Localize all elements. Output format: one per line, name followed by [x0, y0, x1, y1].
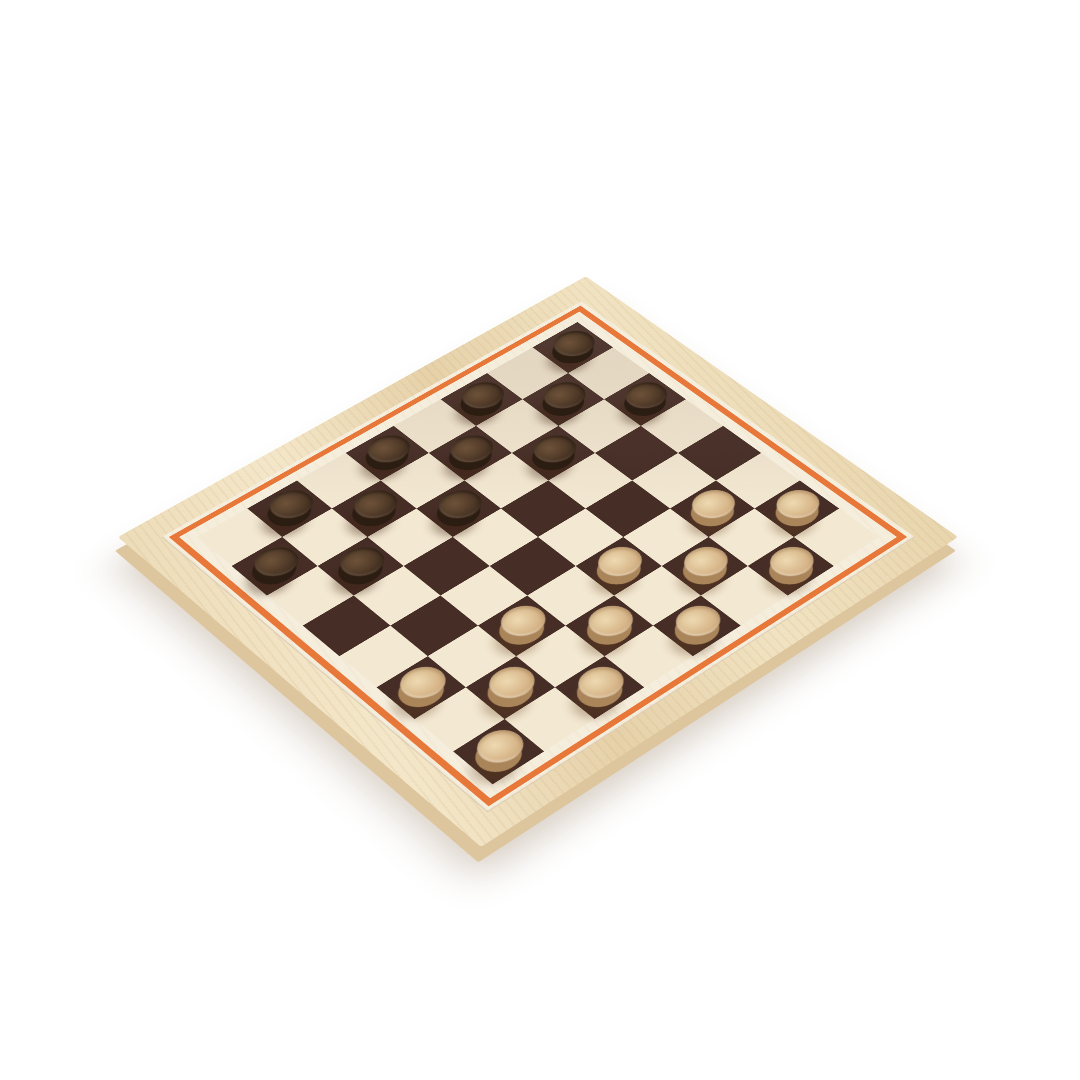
board-grid — [197, 322, 879, 784]
product-photo — [0, 0, 1080, 1080]
checkers-board — [118, 276, 958, 847]
